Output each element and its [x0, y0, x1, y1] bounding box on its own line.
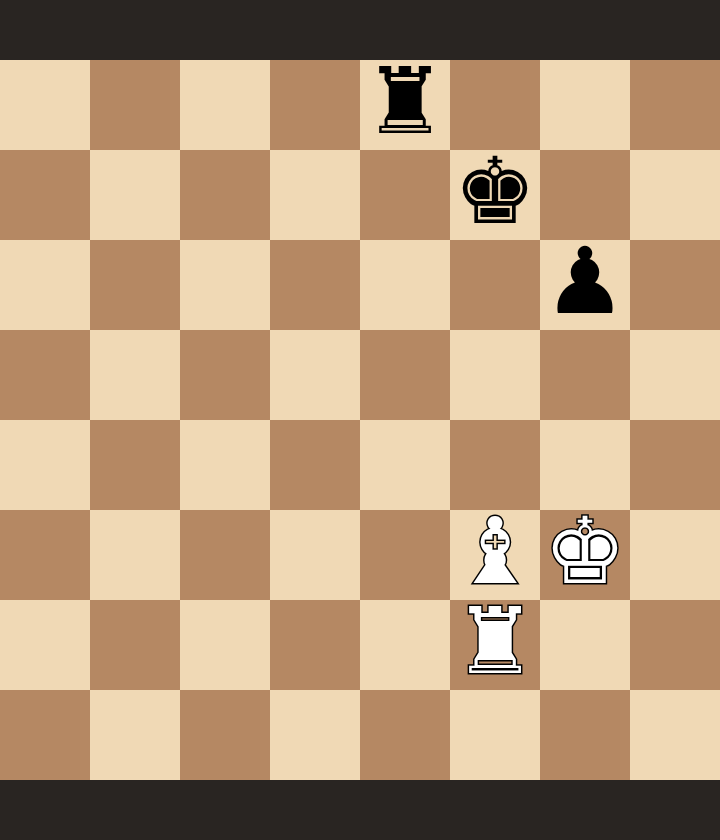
- square-c2[interactable]: [180, 600, 270, 690]
- square-e1[interactable]: [360, 690, 450, 780]
- square-c5[interactable]: [180, 330, 270, 420]
- square-h5[interactable]: [630, 330, 720, 420]
- square-a8[interactable]: [0, 60, 90, 150]
- square-d6[interactable]: [270, 240, 360, 330]
- square-b6[interactable]: [90, 240, 180, 330]
- square-a3[interactable]: [0, 510, 90, 600]
- square-c8[interactable]: [180, 60, 270, 150]
- square-g5[interactable]: [540, 330, 630, 420]
- square-b4[interactable]: [90, 420, 180, 510]
- square-b1[interactable]: [90, 690, 180, 780]
- square-a5[interactable]: [0, 330, 90, 420]
- white-king[interactable]: ♚: [544, 506, 626, 598]
- square-b8[interactable]: [90, 60, 180, 150]
- square-g3[interactable]: ♚: [540, 510, 630, 600]
- square-h6[interactable]: [630, 240, 720, 330]
- square-f3[interactable]: ♝: [450, 510, 540, 600]
- square-g4[interactable]: [540, 420, 630, 510]
- square-a1[interactable]: [0, 690, 90, 780]
- square-c4[interactable]: [180, 420, 270, 510]
- square-e3[interactable]: [360, 510, 450, 600]
- square-g6[interactable]: ♟: [540, 240, 630, 330]
- white-bishop[interactable]: ♝: [454, 506, 536, 598]
- square-d7[interactable]: [270, 150, 360, 240]
- square-a7[interactable]: [0, 150, 90, 240]
- square-a6[interactable]: [0, 240, 90, 330]
- square-f1[interactable]: [450, 690, 540, 780]
- chess-board: ♜♚♟♝♚♜: [0, 60, 720, 780]
- black-pawn[interactable]: ♟: [544, 236, 626, 328]
- square-c3[interactable]: [180, 510, 270, 600]
- square-b5[interactable]: [90, 330, 180, 420]
- square-e6[interactable]: [360, 240, 450, 330]
- square-d4[interactable]: [270, 420, 360, 510]
- square-d8[interactable]: [270, 60, 360, 150]
- square-h7[interactable]: [630, 150, 720, 240]
- square-b7[interactable]: [90, 150, 180, 240]
- square-e2[interactable]: [360, 600, 450, 690]
- square-h2[interactable]: [630, 600, 720, 690]
- square-d2[interactable]: [270, 600, 360, 690]
- bottom-frame-bar: [0, 780, 720, 840]
- square-g8[interactable]: [540, 60, 630, 150]
- square-f8[interactable]: [450, 60, 540, 150]
- square-e7[interactable]: [360, 150, 450, 240]
- square-e5[interactable]: [360, 330, 450, 420]
- square-f7[interactable]: ♚: [450, 150, 540, 240]
- square-f2[interactable]: ♜: [450, 600, 540, 690]
- square-h4[interactable]: [630, 420, 720, 510]
- square-a4[interactable]: [0, 420, 90, 510]
- square-b2[interactable]: [90, 600, 180, 690]
- square-f6[interactable]: [450, 240, 540, 330]
- black-rook[interactable]: ♜: [364, 56, 446, 148]
- square-g1[interactable]: [540, 690, 630, 780]
- chess-diagram: ♜♚♟♝♚♜: [0, 0, 720, 840]
- square-h3[interactable]: [630, 510, 720, 600]
- square-d5[interactable]: [270, 330, 360, 420]
- square-c6[interactable]: [180, 240, 270, 330]
- square-d1[interactable]: [270, 690, 360, 780]
- square-c7[interactable]: [180, 150, 270, 240]
- square-d3[interactable]: [270, 510, 360, 600]
- square-e4[interactable]: [360, 420, 450, 510]
- square-h1[interactable]: [630, 690, 720, 780]
- square-f4[interactable]: [450, 420, 540, 510]
- square-h8[interactable]: [630, 60, 720, 150]
- square-f5[interactable]: [450, 330, 540, 420]
- square-b3[interactable]: [90, 510, 180, 600]
- square-a2[interactable]: [0, 600, 90, 690]
- top-frame-bar: [0, 0, 720, 60]
- white-rook[interactable]: ♜: [454, 596, 536, 688]
- square-g7[interactable]: [540, 150, 630, 240]
- square-g2[interactable]: [540, 600, 630, 690]
- square-e8[interactable]: ♜: [360, 60, 450, 150]
- black-king[interactable]: ♚: [454, 146, 536, 238]
- square-c1[interactable]: [180, 690, 270, 780]
